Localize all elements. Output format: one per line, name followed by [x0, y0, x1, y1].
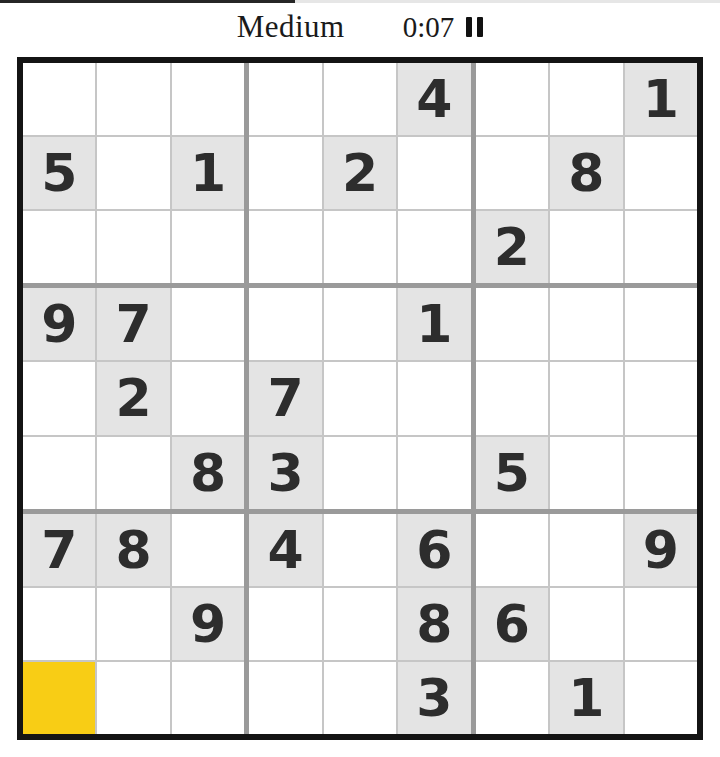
cell-r2c2[interactable]	[97, 137, 169, 209]
box-8: 961	[476, 514, 697, 734]
cell-r6c9[interactable]	[625, 437, 697, 509]
cell-r1c7[interactable]	[476, 63, 548, 135]
cell-r7c7[interactable]	[476, 514, 548, 586]
cell-r1c5[interactable]	[324, 63, 396, 135]
cell-r4c3[interactable]	[172, 288, 244, 360]
cell-r5c5[interactable]	[324, 362, 396, 434]
top-edge-light-segment	[295, 0, 720, 3]
top-edge-line	[0, 0, 720, 3]
cell-r5c2[interactable]: 2	[97, 362, 169, 434]
cell-r9c3[interactable]	[172, 662, 244, 734]
box-5: 5	[476, 288, 697, 508]
top-edge-dark-segment	[0, 0, 295, 3]
cell-r9c4[interactable]	[249, 662, 321, 734]
cell-r2c5[interactable]: 2	[324, 137, 396, 209]
cell-r9c8[interactable]: 1	[550, 662, 622, 734]
cell-r7c6[interactable]: 6	[398, 514, 470, 586]
cell-r6c3[interactable]: 8	[172, 437, 244, 509]
cell-r6c2[interactable]	[97, 437, 169, 509]
cell-r8c3[interactable]: 9	[172, 588, 244, 660]
cell-r4c4[interactable]	[249, 288, 321, 360]
cell-r6c8[interactable]	[550, 437, 622, 509]
cell-r1c8[interactable]	[550, 63, 622, 135]
cell-r6c1[interactable]	[23, 437, 95, 509]
cell-r3c9[interactable]	[625, 211, 697, 283]
box-1: 42	[249, 63, 470, 283]
cell-r3c1[interactable]	[23, 211, 95, 283]
box-7: 4683	[249, 514, 470, 734]
cell-r8c4[interactable]	[249, 588, 321, 660]
cell-r7c4[interactable]: 4	[249, 514, 321, 586]
cell-r5c1[interactable]	[23, 362, 95, 434]
cell-r3c2[interactable]	[97, 211, 169, 283]
cell-r4c5[interactable]	[324, 288, 396, 360]
cell-r1c9[interactable]: 1	[625, 63, 697, 135]
cell-r7c8[interactable]	[550, 514, 622, 586]
cell-r3c5[interactable]	[324, 211, 396, 283]
cell-r5c9[interactable]	[625, 362, 697, 434]
difficulty-label: Medium	[237, 9, 345, 45]
cell-r7c3[interactable]	[172, 514, 244, 586]
cell-r3c4[interactable]	[249, 211, 321, 283]
cell-r4c7[interactable]	[476, 288, 548, 360]
cell-r5c3[interactable]	[172, 362, 244, 434]
pause-icon	[466, 17, 472, 37]
cell-r5c4[interactable]: 7	[249, 362, 321, 434]
cell-r3c3[interactable]	[172, 211, 244, 283]
box-0: 51	[23, 63, 244, 283]
cell-r4c2[interactable]: 7	[97, 288, 169, 360]
cell-r2c3[interactable]: 1	[172, 137, 244, 209]
cell-r8c7[interactable]: 6	[476, 588, 548, 660]
timer-display: 0:07	[403, 11, 455, 44]
pause-button[interactable]	[466, 17, 483, 37]
cell-r9c2[interactable]	[97, 662, 169, 734]
cell-r9c5[interactable]	[324, 662, 396, 734]
cell-r8c2[interactable]	[97, 588, 169, 660]
cell-r2c1[interactable]: 5	[23, 137, 95, 209]
box-3: 9728	[23, 288, 244, 508]
cell-r6c4[interactable]: 3	[249, 437, 321, 509]
cell-r6c7[interactable]: 5	[476, 437, 548, 509]
box-6: 789	[23, 514, 244, 734]
cell-r8c9[interactable]	[625, 588, 697, 660]
cell-r7c2[interactable]: 8	[97, 514, 169, 586]
cell-r4c8[interactable]	[550, 288, 622, 360]
cell-r5c6[interactable]	[398, 362, 470, 434]
cell-r2c8[interactable]: 8	[550, 137, 622, 209]
cell-r5c8[interactable]	[550, 362, 622, 434]
cell-r2c7[interactable]	[476, 137, 548, 209]
cell-r7c1[interactable]: 7	[23, 514, 95, 586]
pause-icon	[477, 17, 483, 37]
box-4: 173	[249, 288, 470, 508]
cell-r8c5[interactable]	[324, 588, 396, 660]
cell-r3c7[interactable]: 2	[476, 211, 548, 283]
cell-r1c3[interactable]	[172, 63, 244, 135]
cell-r9c7[interactable]	[476, 662, 548, 734]
cell-r8c8[interactable]	[550, 588, 622, 660]
cell-r5c7[interactable]	[476, 362, 548, 434]
cell-r1c1[interactable]	[23, 63, 95, 135]
cell-r2c4[interactable]	[249, 137, 321, 209]
cell-r3c8[interactable]	[550, 211, 622, 283]
cell-r2c9[interactable]	[625, 137, 697, 209]
cell-r1c2[interactable]	[97, 63, 169, 135]
box-2: 182	[476, 63, 697, 283]
header: Medium 0:07	[0, 4, 720, 50]
cell-r7c9[interactable]: 9	[625, 514, 697, 586]
cell-r7c5[interactable]	[324, 514, 396, 586]
cell-r3c6[interactable]	[398, 211, 470, 283]
cell-r9c6[interactable]: 3	[398, 662, 470, 734]
cell-r2c6[interactable]	[398, 137, 470, 209]
cell-r4c6[interactable]: 1	[398, 288, 470, 360]
sudoku-board: 5142182972817357894683961	[17, 57, 703, 740]
cell-r1c6[interactable]: 4	[398, 63, 470, 135]
timer-group: 0:07	[403, 11, 484, 44]
cell-r8c1[interactable]	[23, 588, 95, 660]
cell-r4c1[interactable]: 9	[23, 288, 95, 360]
cell-r8c6[interactable]: 8	[398, 588, 470, 660]
cell-r1c4[interactable]	[249, 63, 321, 135]
cell-r9c1[interactable]	[23, 662, 95, 734]
cell-r6c5[interactable]	[324, 437, 396, 509]
cell-r9c9[interactable]	[625, 662, 697, 734]
cell-r6c6[interactable]	[398, 437, 470, 509]
cell-r4c9[interactable]	[625, 288, 697, 360]
